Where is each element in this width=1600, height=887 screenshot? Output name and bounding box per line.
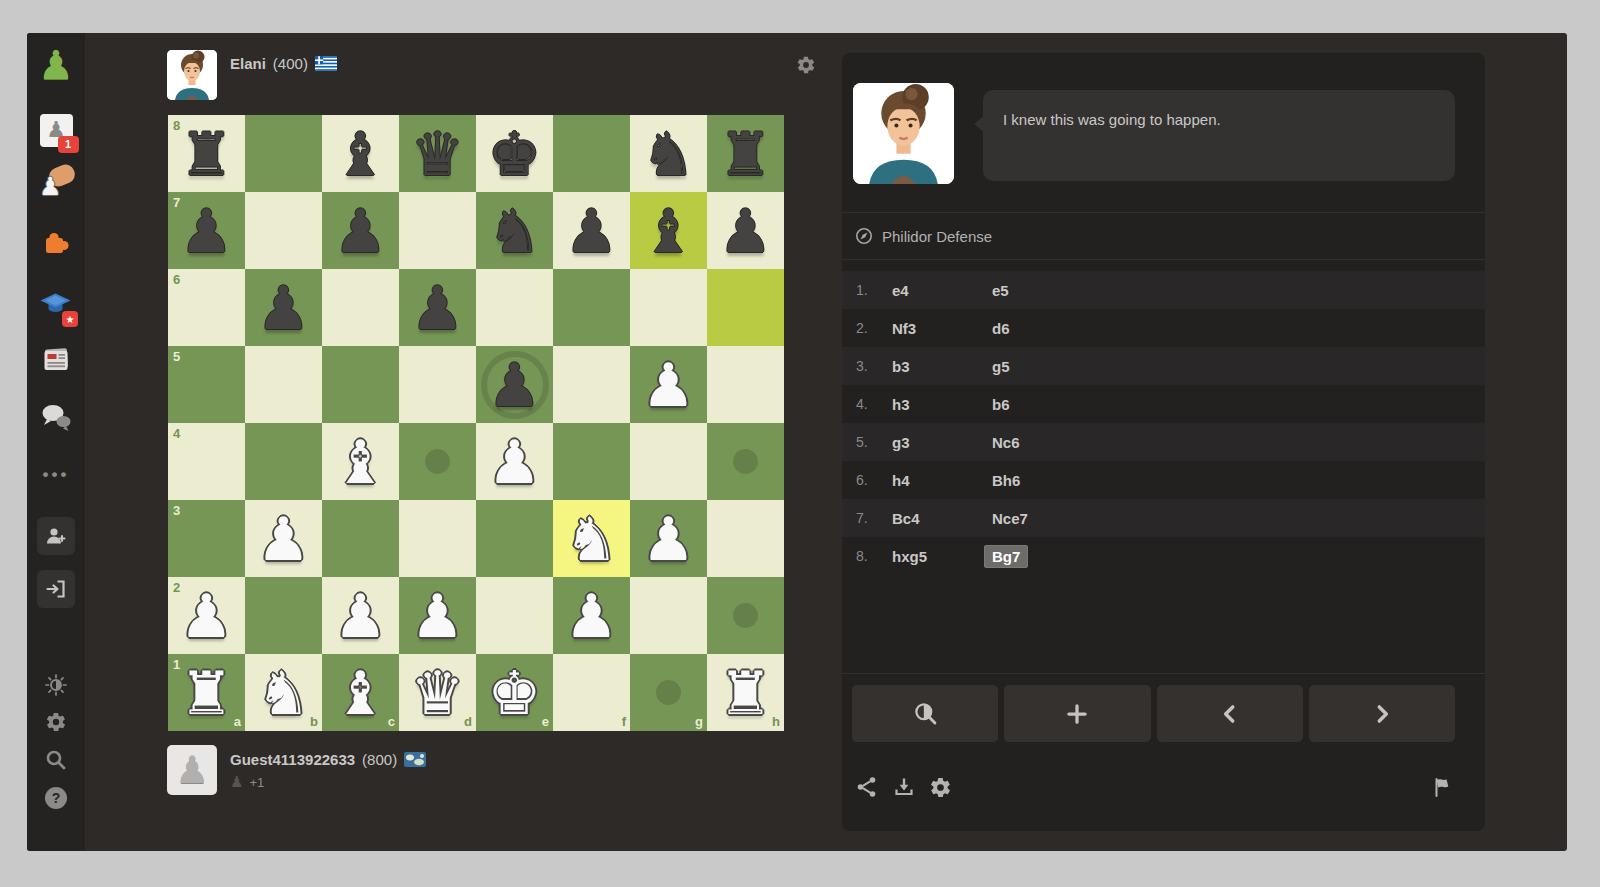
square-b3[interactable]: ♟ xyxy=(245,500,322,577)
square-h1[interactable]: h♜ xyxy=(707,654,784,731)
add-friend-button[interactable] xyxy=(27,517,85,555)
file-label-f: f xyxy=(622,714,626,729)
sidebar: ♟ ♟ 1 ♟ xyxy=(27,33,85,851)
analysis-magnifier-icon xyxy=(912,700,939,727)
square-h5[interactable] xyxy=(707,346,784,423)
white-move[interactable]: Bc4 xyxy=(892,510,992,527)
next-move-button[interactable] xyxy=(1309,685,1455,742)
move-row-2[interactable]: 2. Nf3 d6 xyxy=(842,309,1485,347)
sign-in-button[interactable] xyxy=(27,570,85,608)
star-badge: ★ xyxy=(62,311,78,327)
square-c4[interactable]: ♝ xyxy=(322,423,399,500)
rank-label-6: 6 xyxy=(173,272,180,287)
square-c8[interactable]: ♝ xyxy=(322,115,399,192)
white-move[interactable]: e4 xyxy=(892,282,992,299)
square-e7[interactable]: ♞ xyxy=(476,192,553,269)
news-icon[interactable] xyxy=(27,342,85,378)
square-e4[interactable]: ♟ xyxy=(476,423,553,500)
move-row-7[interactable]: 7. Bc4 Nce7 xyxy=(842,499,1485,537)
move-hint-dot-h4 xyxy=(733,449,758,474)
move-hint-dot-d4 xyxy=(425,449,450,474)
black-pawn-b6[interactable]: ♟ xyxy=(245,269,322,346)
square-d1[interactable]: d♛ xyxy=(399,654,476,731)
square-g1[interactable]: g xyxy=(630,654,707,731)
player-rating: (800) xyxy=(362,751,397,768)
white-rook-a1[interactable]: ♜ xyxy=(168,654,245,731)
square-d2[interactable]: ♟ xyxy=(399,577,476,654)
sign-in-icon xyxy=(44,577,68,601)
move-row-6[interactable]: 6. h4 Bh6 xyxy=(842,461,1485,499)
square-h6[interactable] xyxy=(707,269,784,346)
square-g4[interactable] xyxy=(630,423,707,500)
move-row-4[interactable]: 4. h3 b6 xyxy=(842,385,1485,423)
gear-icon xyxy=(929,776,952,799)
square-d4[interactable] xyxy=(399,423,476,500)
square-g7[interactable]: ♝ xyxy=(630,192,707,269)
world-flag-icon xyxy=(404,752,426,767)
square-a4[interactable]: 4 xyxy=(168,423,245,500)
square-d7[interactable] xyxy=(399,192,476,269)
opponent-rating: (400) xyxy=(273,55,308,72)
share-icon xyxy=(855,775,879,799)
black-move[interactable]: Bh6 xyxy=(992,472,1020,489)
chat-message: I knew this was going to happen. xyxy=(983,90,1455,128)
white-queen-d1[interactable]: ♛ xyxy=(399,654,476,731)
square-g2[interactable] xyxy=(630,577,707,654)
white-bishop-c4[interactable]: ♝ xyxy=(322,423,399,500)
previous-move-button[interactable] xyxy=(1157,685,1303,742)
help-icon[interactable]: ? xyxy=(27,780,85,816)
white-move[interactable]: hxg5 xyxy=(892,548,992,565)
square-f3[interactable]: ♞ xyxy=(553,500,630,577)
square-a8[interactable]: 8♜ xyxy=(168,115,245,192)
square-c7[interactable]: ♟ xyxy=(322,192,399,269)
white-king-e1[interactable]: ♚ xyxy=(476,654,553,731)
black-king-e8[interactable]: ♚ xyxy=(476,115,553,192)
white-pawn-a2[interactable]: ♟ xyxy=(168,577,245,654)
rank-label-3: 3 xyxy=(173,503,180,518)
black-bishop-g7[interactable]: ♝ xyxy=(630,192,707,269)
game-settings-button[interactable] xyxy=(929,776,952,799)
black-queen-d8[interactable]: ♛ xyxy=(399,115,476,192)
flag-icon xyxy=(1431,775,1455,799)
analysis-button[interactable] xyxy=(852,685,998,742)
square-b2[interactable] xyxy=(245,577,322,654)
chevron-left-icon xyxy=(1217,701,1243,727)
current-move-highlight[interactable]: Bg7 xyxy=(984,545,1028,568)
panel-footer xyxy=(855,772,1455,802)
square-e3[interactable] xyxy=(476,500,553,577)
white-knight-b1[interactable]: ♞ xyxy=(245,654,322,731)
white-pawn-e4[interactable]: ♟ xyxy=(476,423,553,500)
logo-pawn-icon[interactable]: ♟ xyxy=(27,45,85,85)
square-b6[interactable]: ♟ xyxy=(245,269,322,346)
chat-bubble-tail xyxy=(974,116,984,132)
chat-avatar xyxy=(853,83,954,184)
white-pawn-g3[interactable]: ♟ xyxy=(630,500,707,577)
square-a7[interactable]: 7♟ xyxy=(168,192,245,269)
woman-avatar-image xyxy=(167,50,217,100)
play-vs-icon[interactable]: ♟ xyxy=(27,163,85,199)
move-row-8[interactable]: 8. hxg5 Bg7 xyxy=(842,537,1485,575)
black-move[interactable]: b6 xyxy=(992,396,1010,413)
black-knight-g8[interactable]: ♞ xyxy=(630,115,707,192)
download-icon xyxy=(892,775,916,799)
white-move[interactable]: h3 xyxy=(892,396,992,413)
white-pawn-b3[interactable]: ♟ xyxy=(245,500,322,577)
opening-name: Philidor Defense xyxy=(882,228,992,245)
captured-pawn-icon: ♟ xyxy=(230,775,243,790)
move-row-3[interactable]: 3. b3 g5 xyxy=(842,347,1485,385)
settings-gear-icon[interactable] xyxy=(27,704,85,740)
black-pawn-a7[interactable]: ♟ xyxy=(168,192,245,269)
white-move[interactable]: h4 xyxy=(892,472,992,489)
black-pawn-c7[interactable]: ♟ xyxy=(322,192,399,269)
opponent-avatar[interactable] xyxy=(167,50,217,100)
black-bishop-c8[interactable]: ♝ xyxy=(322,115,399,192)
square-d3[interactable] xyxy=(399,500,476,577)
square-c5[interactable] xyxy=(322,346,399,423)
theme-toggle-icon[interactable] xyxy=(27,667,85,703)
black-pawn-f7[interactable]: ♟ xyxy=(553,192,630,269)
white-move[interactable]: Nf3 xyxy=(892,320,992,337)
square-f2[interactable]: ♟ xyxy=(553,577,630,654)
woman-avatar-image-large xyxy=(853,83,954,184)
white-rook-h1[interactable]: ♜ xyxy=(707,654,784,731)
opening-row[interactable]: Philidor Defense xyxy=(842,212,1485,260)
move-hint-dot-g1 xyxy=(656,680,681,705)
square-a5[interactable]: 5 xyxy=(168,346,245,423)
page: ♟ ♟ 1 ♟ xyxy=(0,0,1600,887)
square-b4[interactable] xyxy=(245,423,322,500)
move-row-1[interactable]: 1. e4 e5 xyxy=(842,271,1485,309)
square-b1[interactable]: b♞ xyxy=(245,654,322,731)
square-d5[interactable] xyxy=(399,346,476,423)
board-settings-gear-icon[interactable] xyxy=(795,54,817,76)
black-move[interactable]: Nc6 xyxy=(992,434,1020,451)
chat-icon[interactable] xyxy=(27,400,85,436)
resign-flag-button[interactable] xyxy=(1431,775,1455,799)
square-g8[interactable]: ♞ xyxy=(630,115,707,192)
square-g6[interactable] xyxy=(630,269,707,346)
square-e8[interactable]: ♚ xyxy=(476,115,553,192)
move-hint-dot-h2 xyxy=(733,603,758,628)
square-g5[interactable]: ♟ xyxy=(630,346,707,423)
move-controls xyxy=(852,685,1455,742)
chevron-right-icon xyxy=(1369,701,1395,727)
white-move[interactable]: g3 xyxy=(892,434,992,451)
white-pawn-f2[interactable]: ♟ xyxy=(553,577,630,654)
file-label-g: g xyxy=(695,714,703,729)
square-f8[interactable] xyxy=(553,115,630,192)
square-f6[interactable] xyxy=(553,269,630,346)
white-pawn-g5[interactable]: ♟ xyxy=(630,346,707,423)
black-move[interactable]: g5 xyxy=(992,358,1010,375)
player-name[interactable]: Guest4113922633 xyxy=(230,751,355,768)
square-f4[interactable] xyxy=(553,423,630,500)
square-a2[interactable]: 2♟ xyxy=(168,577,245,654)
more-menu-icon[interactable]: ••• xyxy=(27,463,85,487)
plus-icon xyxy=(1064,701,1090,727)
square-a6[interactable]: 6 xyxy=(168,269,245,346)
add-user-icon xyxy=(44,524,68,548)
material-advantage: +1 xyxy=(249,775,264,790)
rank-label-4: 4 xyxy=(173,426,180,441)
white-bishop-c1[interactable]: ♝ xyxy=(322,654,399,731)
square-e1[interactable]: e♚ xyxy=(476,654,553,731)
square-g3[interactable]: ♟ xyxy=(630,500,707,577)
square-d8[interactable]: ♛ xyxy=(399,115,476,192)
square-c6[interactable] xyxy=(322,269,399,346)
share-button[interactable] xyxy=(855,775,879,799)
black-move[interactable]: e5 xyxy=(992,282,1009,299)
black-rook-h8[interactable]: ♜ xyxy=(707,115,784,192)
square-h8[interactable]: ♜ xyxy=(707,115,784,192)
puzzles-icon[interactable] xyxy=(27,224,85,260)
square-e5[interactable]: ♟ xyxy=(476,346,553,423)
square-h7[interactable]: ♟ xyxy=(707,192,784,269)
white-move[interactable]: b3 xyxy=(892,358,992,375)
square-f1[interactable]: f xyxy=(553,654,630,731)
square-f7[interactable]: ♟ xyxy=(553,192,630,269)
square-b8[interactable] xyxy=(245,115,322,192)
square-e2[interactable] xyxy=(476,577,553,654)
square-f5[interactable] xyxy=(553,346,630,423)
player-name-row: Guest4113922633 (800) xyxy=(230,747,426,771)
square-b5[interactable] xyxy=(245,346,322,423)
app-window: ♟ ♟ 1 ♟ xyxy=(27,33,1567,851)
captured-material-row: ♟ +1 xyxy=(230,773,264,791)
square-e6[interactable] xyxy=(476,269,553,346)
black-pawn-d6[interactable]: ♟ xyxy=(399,269,476,346)
square-d6[interactable]: ♟ xyxy=(399,269,476,346)
opponent-name-row: Elani (400) xyxy=(230,51,337,75)
black-move[interactable]: Nce7 xyxy=(992,510,1028,527)
game-panel: I knew this was going to happen. Philido… xyxy=(842,53,1485,831)
opponent-name[interactable]: Elani xyxy=(230,55,266,72)
opening-book-icon xyxy=(855,227,873,245)
square-c2[interactable]: ♟ xyxy=(322,577,399,654)
square-c1[interactable]: c♝ xyxy=(322,654,399,731)
notification-badge: 1 xyxy=(58,136,79,153)
greece-flag-icon xyxy=(315,56,337,71)
white-knight-f3[interactable]: ♞ xyxy=(553,500,630,577)
square-h4[interactable] xyxy=(707,423,784,500)
square-c3[interactable] xyxy=(322,500,399,577)
move-row-5[interactable]: 5. g3 Nc6 xyxy=(842,423,1485,461)
square-b7[interactable] xyxy=(245,192,322,269)
player-avatar[interactable]: ♟ xyxy=(167,745,217,795)
white-pawn-d2[interactable]: ♟ xyxy=(399,577,476,654)
download-button[interactable] xyxy=(892,775,916,799)
square-h3[interactable] xyxy=(707,500,784,577)
play-game-icon[interactable]: ♟ 1 xyxy=(27,111,85,149)
square-h2[interactable] xyxy=(707,577,784,654)
black-move[interactable]: d6 xyxy=(992,320,1010,337)
white-pawn-c2[interactable]: ♟ xyxy=(322,577,399,654)
square-a1[interactable]: 1a♜ xyxy=(168,654,245,731)
lessons-icon[interactable]: ★ xyxy=(27,287,85,323)
add-move-button[interactable] xyxy=(1004,685,1150,742)
black-rook-a8[interactable]: ♜ xyxy=(168,115,245,192)
black-pawn-h7[interactable]: ♟ xyxy=(707,192,784,269)
search-icon[interactable] xyxy=(27,742,85,778)
rank-label-5: 5 xyxy=(173,349,180,364)
black-knight-e7[interactable]: ♞ xyxy=(476,192,553,269)
chat-bubble: I knew this was going to happen. xyxy=(983,90,1455,181)
chess-board: 8♜♝♛♚♞♜7♟♟♞♟♝♟6♟♟5♟♟4♝♟3♟♞♟2♟♟♟♟1a♜b♞c♝d… xyxy=(168,115,784,731)
move-list: 1. e4 e5 2. Nf3 d6 3. b3 g5 4. h3 b6 xyxy=(842,271,1485,575)
black-pawn-e5[interactable]: ♟ xyxy=(476,346,553,423)
pawn-avatar-image: ♟ xyxy=(175,751,209,789)
square-a3[interactable]: 3 xyxy=(168,500,245,577)
panel-divider xyxy=(842,673,1485,674)
